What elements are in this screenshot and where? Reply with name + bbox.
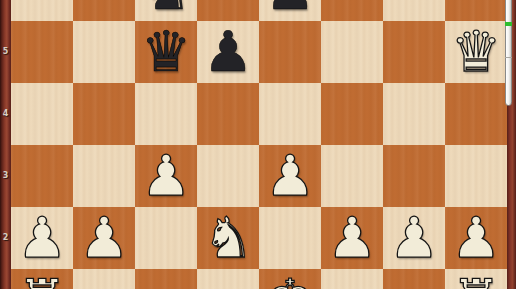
square-b5[interactable] bbox=[73, 21, 135, 83]
square-b6[interactable] bbox=[73, 0, 135, 21]
piece-white-pawn-f2[interactable]: ♟ bbox=[321, 207, 383, 269]
eval-green-tick bbox=[505, 22, 512, 26]
scrollbar-thumb[interactable] bbox=[505, 0, 512, 106]
square-g1[interactable] bbox=[383, 269, 445, 289]
square-f1[interactable] bbox=[321, 269, 383, 289]
piece-white-rook-h1[interactable]: ♜ bbox=[445, 269, 507, 289]
square-h6[interactable] bbox=[445, 0, 507, 21]
square-b3[interactable] bbox=[73, 145, 135, 207]
rank-label-2: 2 bbox=[0, 233, 11, 243]
piece-white-pawn-h2[interactable]: ♟ bbox=[445, 207, 507, 269]
piece-black-queen-c5[interactable]: ♛ bbox=[135, 21, 197, 83]
square-f6[interactable] bbox=[321, 0, 383, 21]
piece-white-pawn-g2[interactable]: ♟ bbox=[383, 207, 445, 269]
square-h4[interactable] bbox=[445, 83, 507, 145]
square-a3[interactable] bbox=[11, 145, 73, 207]
piece-black-pawn-e6[interactable]: ♟ bbox=[259, 0, 321, 21]
piece-white-rook-a1[interactable]: ♜ bbox=[11, 269, 73, 289]
square-f3[interactable] bbox=[321, 145, 383, 207]
piece-black-pawn-d5[interactable]: ♟ bbox=[197, 21, 259, 83]
rank-label-5: 5 bbox=[0, 47, 11, 57]
square-a5[interactable] bbox=[11, 21, 73, 83]
rank-label-3: 3 bbox=[0, 171, 11, 181]
piece-white-king-e1[interactable]: ♚ bbox=[259, 269, 321, 289]
square-g4[interactable] bbox=[383, 83, 445, 145]
square-e5[interactable] bbox=[259, 21, 321, 83]
square-g3[interactable] bbox=[383, 145, 445, 207]
square-d1[interactable] bbox=[197, 269, 259, 289]
piece-white-pawn-c3[interactable]: ♟ bbox=[135, 145, 197, 207]
piece-white-queen-h5[interactable]: ♛ bbox=[445, 21, 507, 83]
square-d4[interactable] bbox=[197, 83, 259, 145]
square-c1[interactable] bbox=[135, 269, 197, 289]
board-left-frame: 5432 bbox=[0, 0, 11, 289]
square-b1[interactable] bbox=[73, 269, 135, 289]
square-d6[interactable] bbox=[197, 0, 259, 21]
square-b4[interactable] bbox=[73, 83, 135, 145]
square-h3[interactable] bbox=[445, 145, 507, 207]
square-f4[interactable] bbox=[321, 83, 383, 145]
piece-white-pawn-e3[interactable]: ♟ bbox=[259, 145, 321, 207]
square-a6[interactable] bbox=[11, 0, 73, 21]
piece-white-pawn-a2[interactable]: ♟ bbox=[11, 207, 73, 269]
piece-white-pawn-b2[interactable]: ♟ bbox=[73, 207, 135, 269]
square-g5[interactable] bbox=[383, 21, 445, 83]
piece-black-knight-c6[interactable]: ♞ bbox=[135, 0, 197, 21]
piece-white-knight-d2[interactable]: ♞ bbox=[197, 207, 259, 269]
square-g6[interactable] bbox=[383, 0, 445, 21]
square-d3[interactable] bbox=[197, 145, 259, 207]
square-c2[interactable] bbox=[135, 207, 197, 269]
chess-board[interactable]: ♞♟♛♟♛♟♟♟♟♞♟♟♟♜♚♜ bbox=[11, 0, 507, 289]
scrollbar-divider-mark bbox=[505, 57, 512, 58]
square-c4[interactable] bbox=[135, 83, 197, 145]
chess-app-window: ♞♟♛♟♛♟♟♟♟♞♟♟♟♜♚♜ 5432 bbox=[0, 0, 516, 289]
rank-label-4: 4 bbox=[0, 109, 11, 119]
square-a4[interactable] bbox=[11, 83, 73, 145]
square-f5[interactable] bbox=[321, 21, 383, 83]
square-e4[interactable] bbox=[259, 83, 321, 145]
square-e2[interactable] bbox=[259, 207, 321, 269]
